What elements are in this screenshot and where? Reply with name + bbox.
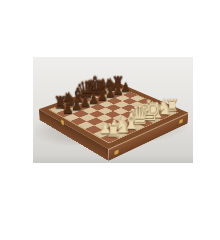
product-photo-backdrop: ♜♞♝♛♚♝♞♜♟♟♟♟♟♟♟♟♟♟♟♟♟♟♟♟♜♞♝♛♚♝♞♜ bbox=[33, 57, 193, 163]
black-pawn: ♟ bbox=[61, 102, 73, 115]
brass-hinge-icon bbox=[179, 119, 183, 124]
brass-clasp-icon bbox=[115, 149, 119, 155]
scene: ♜♞♝♛♚♝♞♜♟♟♟♟♟♟♟♟♟♟♟♟♟♟♟♟♜♞♝♛♚♝♞♜ bbox=[33, 57, 193, 163]
brass-clasp-icon bbox=[61, 119, 64, 125]
chessboard: ♜♞♝♛♚♝♞♜♟♟♟♟♟♟♟♟♟♟♟♟♟♟♟♟♜♞♝♛♚♝♞♜ bbox=[39, 82, 189, 149]
white-rook: ♜ bbox=[105, 122, 121, 140]
